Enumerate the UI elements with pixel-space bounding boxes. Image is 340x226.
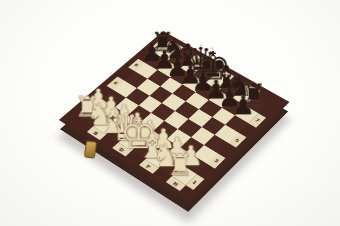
chess-board: ACEG8♜♞♝♛♚♝♞♜♟♟♟♟♟♟♟♟765432♟♟♟♟♟♟♟♟♜♞♝♛♚… bbox=[59, 31, 290, 203]
clasp bbox=[84, 140, 97, 158]
white-rook[interactable]: ♜ bbox=[166, 150, 193, 180]
photo-background: ACEG8♜♞♝♛♚♝♞♜♟♟♟♟♟♟♟♟765432♟♟♟♟♟♟♟♟♜♞♝♛♚… bbox=[0, 0, 340, 226]
scene: ACEG8♜♞♝♛♚♝♞♜♟♟♟♟♟♟♟♟765432♟♟♟♟♟♟♟♟♜♞♝♛♚… bbox=[0, 0, 340, 226]
square-h1[interactable]: ♜ bbox=[172, 166, 197, 185]
black-pawn[interactable]: ♟ bbox=[231, 92, 254, 118]
